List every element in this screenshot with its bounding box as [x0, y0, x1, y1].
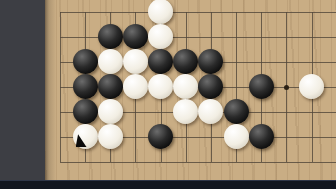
stone-black-B4[interactable] [73, 74, 98, 99]
stone-black-J4[interactable] [249, 74, 274, 99]
stone-black-H3[interactable] [224, 99, 249, 124]
stone-white-D5[interactable] [123, 49, 148, 74]
stone-white-C5[interactable] [98, 49, 123, 74]
bottom-bar [0, 180, 336, 189]
stone-black-D6[interactable] [123, 24, 148, 49]
stone-black-B5[interactable] [73, 49, 98, 74]
stone-black-B3[interactable] [73, 99, 98, 124]
stone-black-C6[interactable] [98, 24, 123, 49]
stone-black-C4[interactable] [98, 74, 123, 99]
stone-white-B2[interactable] [73, 124, 98, 149]
grid-line-horizontal [60, 162, 336, 163]
stone-black-J2[interactable] [249, 124, 274, 149]
go-app-screenshot [0, 0, 336, 189]
stone-white-C2[interactable] [98, 124, 123, 149]
last-move-triangle-marker [76, 134, 87, 147]
left-sidebar [0, 0, 45, 180]
grid-line-horizontal [60, 12, 336, 13]
stone-white-H2[interactable] [224, 124, 249, 149]
stone-white-D4[interactable] [123, 74, 148, 99]
stone-white-C3[interactable] [98, 99, 123, 124]
